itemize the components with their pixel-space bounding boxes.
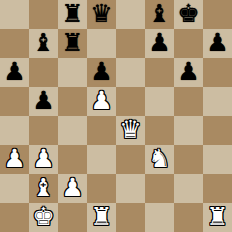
black-pawn-piece[interactable]: ♟	[148, 29, 170, 57]
square-c2[interactable]: ♟	[58, 174, 87, 203]
square-e4[interactable]: ♛	[116, 116, 145, 145]
square-f7[interactable]: ♟	[145, 29, 174, 58]
square-d1[interactable]: ♜	[87, 203, 116, 232]
white-knight-piece[interactable]: ♞	[148, 145, 170, 173]
square-d6[interactable]: ♟	[87, 58, 116, 87]
white-rook-piece[interactable]: ♜	[206, 203, 228, 231]
square-h7[interactable]: ♟	[203, 29, 232, 58]
square-e1[interactable]	[116, 203, 145, 232]
square-f3[interactable]: ♞	[145, 145, 174, 174]
white-rook-piece[interactable]: ♜	[90, 203, 112, 231]
square-a5[interactable]	[0, 87, 29, 116]
black-pawn-piece[interactable]: ♟	[32, 87, 54, 115]
square-d5[interactable]: ♟	[87, 87, 116, 116]
square-b5[interactable]: ♟	[29, 87, 58, 116]
white-pawn-piece[interactable]: ♟	[32, 145, 54, 173]
square-b7[interactable]: ♝	[29, 29, 58, 58]
square-c8[interactable]: ♜	[58, 0, 87, 29]
square-b6[interactable]	[29, 58, 58, 87]
square-h2[interactable]	[203, 174, 232, 203]
square-d8[interactable]: ♛	[87, 0, 116, 29]
square-g5[interactable]	[174, 87, 203, 116]
white-bishop-piece[interactable]: ♝	[32, 174, 54, 202]
white-pawn-piece[interactable]: ♟	[90, 87, 112, 115]
black-pawn-piece[interactable]: ♟	[3, 58, 25, 86]
square-b8[interactable]	[29, 0, 58, 29]
white-pawn-piece[interactable]: ♟	[61, 174, 83, 202]
square-e8[interactable]	[116, 0, 145, 29]
black-pawn-piece[interactable]: ♟	[206, 29, 228, 57]
square-c1[interactable]	[58, 203, 87, 232]
black-king-piece[interactable]: ♚	[177, 0, 199, 28]
chess-board: ♜♛♝♚♝♜♟♟♟♟♟♟♟♛♟♟♞♝♟♚♜♜	[0, 0, 232, 232]
square-a1[interactable]	[0, 203, 29, 232]
black-bishop-piece[interactable]: ♝	[32, 29, 54, 57]
square-b4[interactable]	[29, 116, 58, 145]
square-f6[interactable]	[145, 58, 174, 87]
square-g1[interactable]	[174, 203, 203, 232]
square-a4[interactable]	[0, 116, 29, 145]
square-f1[interactable]	[145, 203, 174, 232]
black-bishop-piece[interactable]: ♝	[148, 0, 170, 28]
square-g8[interactable]: ♚	[174, 0, 203, 29]
square-f2[interactable]	[145, 174, 174, 203]
square-f4[interactable]	[145, 116, 174, 145]
square-h4[interactable]	[203, 116, 232, 145]
black-queen-piece[interactable]: ♛	[90, 0, 112, 28]
square-h8[interactable]	[203, 0, 232, 29]
square-g2[interactable]	[174, 174, 203, 203]
square-e3[interactable]	[116, 145, 145, 174]
square-d4[interactable]	[87, 116, 116, 145]
square-h5[interactable]	[203, 87, 232, 116]
square-h6[interactable]	[203, 58, 232, 87]
black-pawn-piece[interactable]: ♟	[90, 58, 112, 86]
black-rook-piece[interactable]: ♜	[61, 29, 83, 57]
square-c3[interactable]	[58, 145, 87, 174]
square-e5[interactable]	[116, 87, 145, 116]
square-c6[interactable]	[58, 58, 87, 87]
white-king-piece[interactable]: ♚	[32, 203, 54, 231]
square-g7[interactable]	[174, 29, 203, 58]
square-b2[interactable]: ♝	[29, 174, 58, 203]
square-g3[interactable]	[174, 145, 203, 174]
white-pawn-piece[interactable]: ♟	[3, 145, 25, 173]
white-queen-piece[interactable]: ♛	[119, 116, 141, 144]
square-b3[interactable]: ♟	[29, 145, 58, 174]
square-f8[interactable]: ♝	[145, 0, 174, 29]
square-d7[interactable]	[87, 29, 116, 58]
square-c5[interactable]	[58, 87, 87, 116]
square-f5[interactable]	[145, 87, 174, 116]
square-a7[interactable]	[0, 29, 29, 58]
square-c4[interactable]	[58, 116, 87, 145]
square-d2[interactable]	[87, 174, 116, 203]
square-b1[interactable]: ♚	[29, 203, 58, 232]
square-e6[interactable]	[116, 58, 145, 87]
square-e2[interactable]	[116, 174, 145, 203]
square-d3[interactable]	[87, 145, 116, 174]
square-c7[interactable]: ♜	[58, 29, 87, 58]
square-a6[interactable]: ♟	[0, 58, 29, 87]
square-h1[interactable]: ♜	[203, 203, 232, 232]
square-a8[interactable]	[0, 0, 29, 29]
black-pawn-piece[interactable]: ♟	[177, 58, 199, 86]
square-e7[interactable]	[116, 29, 145, 58]
black-rook-piece[interactable]: ♜	[61, 0, 83, 28]
square-a2[interactable]	[0, 174, 29, 203]
square-g6[interactable]: ♟	[174, 58, 203, 87]
square-a3[interactable]: ♟	[0, 145, 29, 174]
square-h3[interactable]	[203, 145, 232, 174]
square-g4[interactable]	[174, 116, 203, 145]
